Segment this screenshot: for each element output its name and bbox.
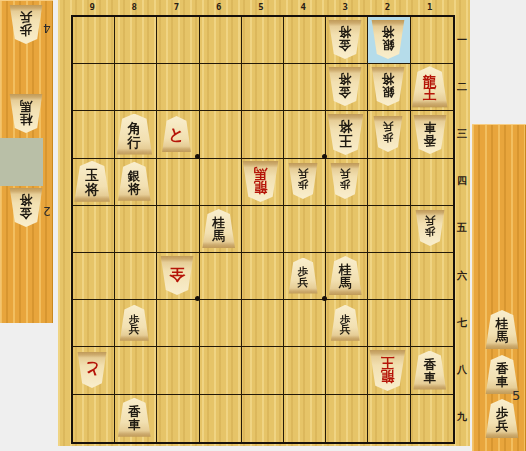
star-point xyxy=(195,296,200,301)
file-label-8: 8 xyxy=(113,2,155,12)
square-24[interactable] xyxy=(368,159,410,206)
square-11[interactable] xyxy=(411,17,453,64)
piece-kanji: 龍馬 xyxy=(254,166,268,194)
piece-kanji: 歩兵 xyxy=(298,169,309,190)
square-26[interactable] xyxy=(368,253,410,300)
square-69[interactable] xyxy=(200,395,242,442)
piece-kanji: 全 xyxy=(169,266,185,282)
piece-kanji: 歩兵 xyxy=(129,314,140,335)
rank-label-6: 六 xyxy=(454,269,470,283)
piece-kanji: 銀将 xyxy=(381,25,394,51)
gote-hand-gold-count: 2 xyxy=(43,204,51,218)
square-16[interactable] xyxy=(411,253,453,300)
rank-label-7: 七 xyxy=(454,316,470,330)
square-59[interactable] xyxy=(242,395,284,442)
file-label-1: 1 xyxy=(409,2,451,12)
square-93[interactable] xyxy=(73,111,115,158)
square-51[interactable] xyxy=(242,17,284,64)
square-64[interactable] xyxy=(200,159,242,206)
square-38[interactable] xyxy=(326,347,368,394)
square-49[interactable] xyxy=(284,395,326,442)
piece-gote-gold[interactable]: 金将 xyxy=(9,188,43,227)
piece-kanji: と xyxy=(84,360,100,376)
square-92[interactable] xyxy=(73,64,115,111)
rank-label-9: 九 xyxy=(454,410,470,424)
square-71[interactable] xyxy=(157,17,199,64)
piece-kanji: 歩兵 xyxy=(424,216,435,237)
rank-label-4: 四 xyxy=(454,174,470,188)
piece-kanji: 龍王 xyxy=(423,75,437,103)
square-56[interactable] xyxy=(242,253,284,300)
piece-kanji: 玉将 xyxy=(85,169,99,197)
rank-label-1: 一 xyxy=(454,33,470,47)
square-74[interactable] xyxy=(157,159,199,206)
square-86[interactable] xyxy=(115,253,157,300)
piece-kanji: 銀将 xyxy=(381,73,394,99)
file-label-3: 3 xyxy=(324,2,366,12)
piece-kanji: 龍王 xyxy=(381,355,395,383)
square-45[interactable] xyxy=(284,206,326,253)
square-58[interactable] xyxy=(242,347,284,394)
square-52[interactable] xyxy=(242,64,284,111)
file-label-5: 5 xyxy=(240,2,282,12)
piece-kanji: 歩兵 xyxy=(340,169,351,190)
square-55[interactable] xyxy=(242,206,284,253)
gote-hand-pawn-count: 4 xyxy=(43,21,51,35)
star-point xyxy=(322,154,327,159)
piece-kanji: 金将 xyxy=(339,73,352,99)
square-47[interactable] xyxy=(284,300,326,347)
square-85[interactable] xyxy=(115,206,157,253)
square-88[interactable] xyxy=(115,347,157,394)
square-62[interactable] xyxy=(200,64,242,111)
square-63[interactable] xyxy=(200,111,242,158)
square-19[interactable] xyxy=(411,395,453,442)
gote-komadai: 歩兵4桂馬金将2 xyxy=(0,0,53,323)
file-label-9: 9 xyxy=(71,2,113,12)
piece-kanji: と xyxy=(168,127,184,143)
piece-gote-pawn[interactable]: 歩兵 xyxy=(9,5,43,44)
square-68[interactable] xyxy=(200,347,242,394)
square-43[interactable] xyxy=(284,111,326,158)
piece-kanji: 歩兵 xyxy=(298,266,309,287)
rank-label-3: 三 xyxy=(454,127,470,141)
piece-kanji: 金将 xyxy=(339,25,352,51)
square-72[interactable] xyxy=(157,64,199,111)
square-81[interactable] xyxy=(115,17,157,64)
piece-kanji: 香車 xyxy=(496,363,509,389)
gote-komadai-empty-slot xyxy=(0,138,43,186)
square-66[interactable] xyxy=(200,253,242,300)
square-82[interactable] xyxy=(115,64,157,111)
square-79[interactable] xyxy=(157,395,199,442)
square-97[interactable] xyxy=(73,300,115,347)
piece-kanji: 香車 xyxy=(423,120,436,146)
sente-komadai: 桂馬香車歩兵5 xyxy=(472,124,526,451)
rank-label-8: 八 xyxy=(454,363,470,377)
square-99[interactable] xyxy=(73,395,115,442)
square-14[interactable] xyxy=(411,159,453,206)
piece-sente-knight[interactable]: 桂馬 xyxy=(485,310,519,349)
sente-hand-pawn-count: 5 xyxy=(512,388,520,403)
file-label-7: 7 xyxy=(155,2,197,12)
square-75[interactable] xyxy=(157,206,199,253)
square-67[interactable] xyxy=(200,300,242,347)
rank-label-2: 二 xyxy=(454,80,470,94)
square-29[interactable] xyxy=(368,395,410,442)
square-78[interactable] xyxy=(157,347,199,394)
piece-kanji: 香車 xyxy=(423,359,436,385)
square-57[interactable] xyxy=(242,300,284,347)
piece-kanji: 桂馬 xyxy=(496,318,509,344)
square-25[interactable] xyxy=(368,206,410,253)
piece-kanji: 桂馬 xyxy=(20,99,33,125)
square-53[interactable] xyxy=(242,111,284,158)
piece-kanji: 香車 xyxy=(128,406,141,432)
piece-kanji: 桂馬 xyxy=(339,264,352,290)
square-27[interactable] xyxy=(368,300,410,347)
piece-kanji: 金将 xyxy=(20,193,33,219)
square-77[interactable] xyxy=(157,300,199,347)
piece-sente-pawn[interactable]: 歩兵 xyxy=(485,399,519,438)
piece-gote-knight[interactable]: 桂馬 xyxy=(9,94,43,133)
piece-kanji: 歩兵 xyxy=(340,314,351,335)
file-label-6: 6 xyxy=(198,2,240,12)
file-label-4: 4 xyxy=(282,2,324,12)
star-point xyxy=(322,296,327,301)
piece-kanji: 歩兵 xyxy=(20,10,33,36)
square-39[interactable] xyxy=(326,395,368,442)
square-42[interactable] xyxy=(284,64,326,111)
square-17[interactable] xyxy=(411,300,453,347)
square-96[interactable] xyxy=(73,253,115,300)
rank-label-5: 五 xyxy=(454,221,470,235)
square-61[interactable] xyxy=(200,17,242,64)
file-label-2: 2 xyxy=(366,2,408,12)
piece-kanji: 歩兵 xyxy=(496,407,509,433)
piece-kanji: 桂馬 xyxy=(212,217,225,243)
piece-kanji: 銀将 xyxy=(128,170,141,196)
piece-kanji: 歩兵 xyxy=(382,122,393,143)
square-48[interactable] xyxy=(284,347,326,394)
piece-kanji: 王将 xyxy=(339,119,353,147)
square-41[interactable] xyxy=(284,17,326,64)
square-35[interactable] xyxy=(326,206,368,253)
piece-kanji: 角行 xyxy=(128,122,142,150)
square-91[interactable] xyxy=(73,17,115,64)
square-95[interactable] xyxy=(73,206,115,253)
